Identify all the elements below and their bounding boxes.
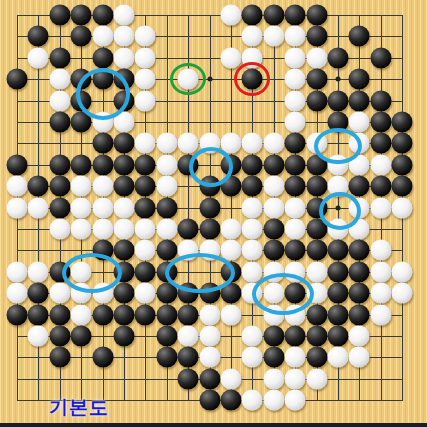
white-stone	[7, 283, 28, 304]
black-stone	[7, 154, 28, 175]
white-stone	[92, 197, 113, 218]
white-stone	[135, 283, 156, 304]
black-stone	[328, 326, 349, 347]
black-stone	[242, 176, 263, 197]
white-stone	[370, 261, 391, 282]
white-stone	[7, 261, 28, 282]
white-stone	[49, 90, 70, 111]
black-stone	[263, 5, 284, 26]
black-stone	[242, 5, 263, 26]
black-stone	[178, 347, 199, 368]
black-stone	[49, 47, 70, 68]
cyan-circle-marker-4	[319, 192, 361, 230]
white-stone	[199, 326, 220, 347]
black-stone	[370, 133, 391, 154]
black-stone	[135, 261, 156, 282]
cyan-circle-marker-3	[314, 128, 362, 164]
black-stone	[114, 154, 135, 175]
black-stone	[178, 368, 199, 389]
white-stone	[263, 390, 284, 411]
white-stone	[328, 347, 349, 368]
black-stone	[328, 47, 349, 68]
star-point	[207, 77, 212, 82]
white-stone	[221, 5, 242, 26]
white-stone	[199, 347, 220, 368]
cyan-circle-marker-5	[62, 253, 122, 293]
black-stone	[349, 176, 370, 197]
white-stone	[221, 47, 242, 68]
white-stone	[349, 347, 370, 368]
white-stone	[71, 219, 92, 240]
black-stone	[349, 69, 370, 90]
white-stone	[285, 69, 306, 90]
black-stone	[114, 176, 135, 197]
black-stone	[221, 390, 242, 411]
white-stone	[242, 133, 263, 154]
black-stone	[49, 304, 70, 325]
white-stone	[370, 197, 391, 218]
white-stone	[28, 47, 49, 68]
black-stone	[370, 176, 391, 197]
white-stone	[306, 261, 327, 282]
white-stone	[7, 176, 28, 197]
black-stone	[349, 283, 370, 304]
white-stone	[92, 176, 113, 197]
cyan-circle-marker-7	[252, 273, 314, 315]
white-stone	[392, 283, 413, 304]
black-stone	[178, 219, 199, 240]
black-stone	[285, 5, 306, 26]
black-stone	[92, 347, 113, 368]
black-stone	[306, 69, 327, 90]
black-stone	[7, 304, 28, 325]
white-stone	[28, 197, 49, 218]
black-stone	[92, 133, 113, 154]
white-stone	[49, 219, 70, 240]
black-stone	[263, 219, 284, 240]
white-stone	[71, 176, 92, 197]
black-stone	[306, 326, 327, 347]
white-stone	[92, 219, 113, 240]
white-stone	[242, 390, 263, 411]
white-stone	[392, 261, 413, 282]
black-stone	[370, 90, 391, 111]
white-stone	[156, 219, 177, 240]
black-stone	[71, 154, 92, 175]
white-stone	[263, 26, 284, 47]
white-stone	[114, 47, 135, 68]
white-stone	[263, 197, 284, 218]
white-stone	[156, 154, 177, 175]
white-stone	[114, 219, 135, 240]
white-stone	[263, 176, 284, 197]
white-stone	[285, 219, 306, 240]
black-stone	[114, 304, 135, 325]
black-stone	[306, 176, 327, 197]
diagram-caption: 기본도	[49, 395, 109, 421]
black-stone	[285, 133, 306, 154]
window-bottom-border	[0, 423, 427, 427]
black-stone	[156, 304, 177, 325]
green-circle-marker	[170, 63, 206, 95]
white-stone	[242, 326, 263, 347]
white-stone	[156, 176, 177, 197]
black-stone	[285, 154, 306, 175]
white-stone	[285, 112, 306, 133]
black-stone	[349, 240, 370, 261]
black-stone	[156, 197, 177, 218]
white-stone	[370, 240, 391, 261]
black-stone	[156, 347, 177, 368]
black-stone	[328, 261, 349, 282]
black-stone	[328, 90, 349, 111]
white-stone	[156, 133, 177, 154]
white-stone	[263, 368, 284, 389]
black-stone	[49, 347, 70, 368]
white-stone	[263, 133, 284, 154]
black-stone	[263, 240, 284, 261]
white-stone	[285, 368, 306, 389]
white-stone	[370, 154, 391, 175]
black-stone	[349, 304, 370, 325]
white-stone	[28, 326, 49, 347]
black-stone	[199, 368, 220, 389]
black-stone	[49, 5, 70, 26]
black-stone	[49, 326, 70, 347]
white-stone	[221, 304, 242, 325]
black-stone	[242, 154, 263, 175]
black-stone	[156, 326, 177, 347]
white-stone	[114, 197, 135, 218]
black-stone	[306, 26, 327, 47]
white-stone	[392, 197, 413, 218]
go-board-diagram[interactable]: 기본도	[0, 0, 427, 427]
white-stone	[199, 304, 220, 325]
black-stone	[306, 347, 327, 368]
white-stone	[285, 90, 306, 111]
cyan-circle-marker-6	[165, 253, 235, 293]
black-stone	[306, 5, 327, 26]
white-stone	[285, 26, 306, 47]
black-stone	[306, 90, 327, 111]
black-stone	[28, 176, 49, 197]
black-stone	[135, 154, 156, 175]
white-stone	[135, 69, 156, 90]
black-stone	[349, 90, 370, 111]
white-stone	[242, 197, 263, 218]
black-stone	[328, 240, 349, 261]
black-stone	[49, 112, 70, 133]
black-stone	[71, 326, 92, 347]
white-stone	[306, 368, 327, 389]
white-stone	[242, 240, 263, 261]
white-stone	[49, 283, 70, 304]
black-stone	[92, 154, 113, 175]
white-stone	[135, 26, 156, 47]
white-stone	[135, 219, 156, 240]
black-stone	[28, 304, 49, 325]
white-stone	[71, 197, 92, 218]
black-stone	[263, 154, 284, 175]
black-stone	[114, 326, 135, 347]
white-stone	[178, 326, 199, 347]
white-stone	[135, 240, 156, 261]
black-stone	[328, 304, 349, 325]
black-stone	[92, 47, 113, 68]
black-stone	[135, 304, 156, 325]
black-stone	[285, 326, 306, 347]
black-stone	[263, 326, 284, 347]
black-stone	[349, 26, 370, 47]
black-stone	[114, 133, 135, 154]
black-stone	[114, 283, 135, 304]
white-stone	[242, 26, 263, 47]
star-point	[336, 77, 341, 82]
white-stone	[71, 304, 92, 325]
black-stone	[370, 47, 391, 68]
white-stone	[135, 133, 156, 154]
black-stone	[370, 112, 391, 133]
white-stone	[221, 368, 242, 389]
black-stone	[71, 26, 92, 47]
black-stone	[71, 5, 92, 26]
black-stone	[92, 5, 113, 26]
white-stone	[242, 347, 263, 368]
white-stone	[370, 283, 391, 304]
white-stone	[135, 90, 156, 111]
white-stone	[285, 47, 306, 68]
white-stone	[28, 261, 49, 282]
black-stone	[114, 240, 135, 261]
white-stone	[349, 112, 370, 133]
black-stone	[135, 176, 156, 197]
black-stone	[328, 283, 349, 304]
black-stone	[263, 347, 284, 368]
grid-line-vertical	[231, 15, 232, 400]
red-circle-marker	[234, 62, 270, 96]
cyan-circle-marker-1	[76, 68, 130, 120]
black-stone	[7, 69, 28, 90]
black-stone	[392, 154, 413, 175]
black-stone	[306, 304, 327, 325]
black-stone	[28, 26, 49, 47]
white-stone	[285, 347, 306, 368]
white-stone	[92, 26, 113, 47]
black-stone	[156, 240, 177, 261]
black-stone	[199, 197, 220, 218]
white-stone	[49, 69, 70, 90]
black-stone	[28, 283, 49, 304]
black-stone	[49, 176, 70, 197]
white-stone	[135, 47, 156, 68]
white-stone	[7, 197, 28, 218]
white-stone	[285, 197, 306, 218]
black-stone	[199, 219, 220, 240]
white-stone	[349, 326, 370, 347]
white-stone	[370, 304, 391, 325]
white-stone	[242, 219, 263, 240]
black-stone	[306, 240, 327, 261]
black-stone	[285, 176, 306, 197]
black-stone	[392, 112, 413, 133]
white-stone	[306, 47, 327, 68]
black-stone	[349, 261, 370, 282]
white-stone	[114, 5, 135, 26]
white-stone	[285, 390, 306, 411]
black-stone	[178, 304, 199, 325]
white-stone	[221, 219, 242, 240]
black-stone	[392, 133, 413, 154]
black-stone	[285, 240, 306, 261]
black-stone	[135, 197, 156, 218]
black-stone	[49, 197, 70, 218]
black-stone	[392, 176, 413, 197]
white-stone	[114, 26, 135, 47]
black-stone	[92, 304, 113, 325]
cyan-circle-marker-2	[189, 147, 233, 187]
black-stone	[199, 390, 220, 411]
black-stone	[49, 154, 70, 175]
